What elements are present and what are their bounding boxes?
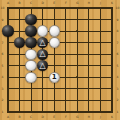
coord-label: 1 — [0, 110, 6, 114]
move-number-label: 1 — [52, 74, 57, 81]
board-point[interactable] — [14, 25, 26, 37]
coord-label: B — [17, 1, 23, 5]
board-point[interactable] — [14, 83, 26, 95]
black-stone — [2, 25, 13, 36]
coord-label: H — [86, 1, 92, 5]
board-point[interactable] — [14, 48, 26, 60]
coord-label: K — [109, 1, 115, 5]
board-point[interactable] — [14, 95, 26, 107]
board-point[interactable] — [60, 95, 72, 107]
board-point[interactable] — [83, 72, 95, 84]
coord-label: 4 — [115, 75, 121, 79]
board-point[interactable] — [25, 48, 37, 60]
board-point[interactable] — [95, 95, 107, 107]
board-point[interactable] — [72, 37, 84, 49]
black-stone — [25, 37, 36, 48]
coord-label: C — [28, 1, 34, 5]
coord-label: G — [74, 115, 80, 119]
board-point[interactable] — [83, 48, 95, 60]
triangle-mark-icon: △ — [40, 38, 46, 46]
board-point[interactable]: △ — [37, 48, 49, 60]
board-point[interactable] — [37, 25, 49, 37]
coord-label: E — [51, 1, 57, 5]
white-stone — [25, 49, 36, 60]
board-point[interactable] — [72, 83, 84, 95]
coord-label: F — [63, 115, 69, 119]
white-stone-move-1: 1 — [49, 72, 60, 83]
board-point[interactable] — [72, 48, 84, 60]
black-stone — [25, 25, 36, 36]
board-point[interactable] — [48, 25, 60, 37]
coord-label: 10 — [0, 6, 6, 10]
black-stone — [25, 14, 36, 25]
black-stone — [14, 37, 25, 48]
coord-label: 7 — [0, 41, 6, 45]
triangle-mark-icon: △ — [40, 61, 46, 69]
board-point[interactable] — [60, 14, 72, 26]
coord-label: 2 — [115, 98, 121, 102]
white-stone — [49, 25, 60, 36]
coord-label: 9 — [0, 18, 6, 22]
board-point[interactable] — [83, 25, 95, 37]
board-point[interactable] — [25, 60, 37, 72]
board-point[interactable] — [25, 95, 37, 107]
white-stone — [49, 37, 60, 48]
coord-label: F — [63, 1, 69, 5]
board-point[interactable] — [95, 14, 107, 26]
coord-label: J — [97, 115, 103, 119]
board-point[interactable] — [95, 48, 107, 60]
board-point[interactable] — [83, 14, 95, 26]
board-point[interactable] — [14, 60, 26, 72]
board-point[interactable] — [14, 37, 26, 49]
coord-label: B — [17, 115, 23, 119]
board-point[interactable] — [25, 72, 37, 84]
board-point[interactable] — [25, 37, 37, 49]
board-point[interactable] — [95, 83, 107, 95]
coord-label: 6 — [115, 52, 121, 56]
triangle-mark-icon: △ — [40, 50, 46, 58]
board-point[interactable] — [25, 14, 37, 26]
board-point[interactable] — [72, 14, 84, 26]
coord-label: K — [109, 115, 115, 119]
coord-label: H — [86, 115, 92, 119]
coord-label: D — [40, 115, 46, 119]
coord-label: 1 — [115, 110, 121, 114]
board-point[interactable] — [37, 72, 49, 84]
coord-label: D — [40, 1, 46, 5]
black-stone-triangle-marked: △ — [37, 49, 48, 60]
board-point[interactable]: △ — [37, 37, 49, 49]
board-point[interactable] — [48, 83, 60, 95]
coord-label: G — [74, 1, 80, 5]
coord-label: 10 — [115, 6, 121, 10]
board-point[interactable] — [72, 95, 84, 107]
coord-label: 3 — [115, 87, 121, 91]
board-point[interactable] — [95, 37, 107, 49]
board-point[interactable] — [60, 48, 72, 60]
board-point[interactable] — [60, 83, 72, 95]
board-point[interactable] — [83, 60, 95, 72]
coord-label: A — [5, 1, 11, 5]
coord-label: C — [28, 115, 34, 119]
board-point[interactable] — [60, 60, 72, 72]
coord-label: 9 — [115, 18, 121, 22]
coord-label: 7 — [115, 41, 121, 45]
coord-label: 5 — [115, 64, 121, 68]
white-stone — [37, 25, 48, 36]
board-point[interactable] — [37, 95, 49, 107]
board-point[interactable] — [72, 60, 84, 72]
black-stone-triangle-marked: △ — [37, 37, 48, 48]
board-point[interactable]: △ — [37, 60, 49, 72]
board-point[interactable] — [95, 60, 107, 72]
board-point[interactable] — [48, 14, 60, 26]
board-point[interactable] — [83, 37, 95, 49]
coord-label: 8 — [115, 29, 121, 33]
board-point[interactable] — [60, 37, 72, 49]
board-point[interactable] — [48, 95, 60, 107]
coord-label: A — [5, 115, 11, 119]
board-point[interactable] — [83, 83, 95, 95]
board-point[interactable] — [48, 48, 60, 60]
board-point[interactable] — [95, 25, 107, 37]
coord-label: 3 — [0, 87, 6, 91]
board-point[interactable] — [48, 37, 60, 49]
go-board: AABBCCDDEEFFGGHHJJKK10109988776655443322… — [0, 0, 120, 120]
coord-label: 5 — [0, 64, 6, 68]
board-grid: △△△1 — [2, 2, 118, 118]
coord-label: 4 — [0, 75, 6, 79]
board-point[interactable] — [60, 25, 72, 37]
board-point[interactable] — [95, 72, 107, 84]
board-point[interactable] — [14, 72, 26, 84]
board-point[interactable]: 1 — [48, 72, 60, 84]
white-stone — [25, 60, 36, 71]
board-point[interactable] — [37, 83, 49, 95]
coord-label: 2 — [0, 98, 6, 102]
coord-label: 6 — [0, 52, 6, 56]
coord-label: E — [51, 115, 57, 119]
board-point[interactable] — [25, 25, 37, 37]
black-stone-triangle-marked: △ — [37, 60, 48, 71]
board-point[interactable] — [37, 14, 49, 26]
board-point[interactable] — [14, 14, 26, 26]
white-stone — [25, 72, 36, 83]
coord-label: J — [97, 1, 103, 5]
board-point[interactable] — [83, 95, 95, 107]
board-point[interactable] — [25, 83, 37, 95]
board-point[interactable] — [48, 60, 60, 72]
board-point[interactable] — [2, 25, 14, 37]
board-point[interactable] — [60, 72, 72, 84]
